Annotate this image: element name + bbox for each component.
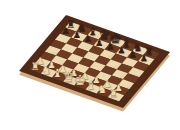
chess-board: ♜♞♝♛♚♝♞♜♟♟♟♟♟♟♟♟♟♟♟♟♟♟♟♟♜♞♝♛♚♝♞♜ [19, 15, 170, 108]
chess-set-photo: ♜♞♝♛♚♝♞♜♟♟♟♟♟♟♟♟♟♟♟♟♟♟♟♟♜♞♝♛♚♝♞♜ [0, 0, 180, 130]
piece-white-rook[interactable]: ♜ [108, 91, 124, 101]
pawn-glyph: ♟ [130, 54, 158, 63]
rook-glyph: ♜ [99, 89, 127, 99]
